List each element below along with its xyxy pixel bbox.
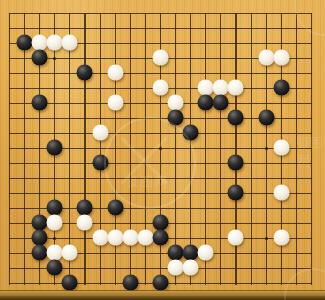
black-stone	[273, 79, 289, 95]
black-stone	[77, 199, 93, 215]
white-stone	[107, 94, 123, 110]
white-stone	[62, 34, 78, 50]
black-stone	[213, 94, 229, 110]
black-stone	[107, 199, 123, 215]
white-stone	[228, 229, 244, 245]
board-photo: 摄图网 摄图网	[0, 0, 325, 300]
white-stone	[258, 49, 274, 65]
white-stone	[137, 229, 153, 245]
black-stone	[198, 94, 214, 110]
white-stone	[47, 214, 63, 230]
black-stone	[183, 244, 199, 260]
white-stone	[273, 184, 289, 200]
black-stone	[152, 274, 168, 290]
white-stone	[122, 229, 138, 245]
black-stone	[168, 244, 184, 260]
white-stone	[168, 94, 184, 110]
black-stone	[47, 259, 63, 275]
black-stone	[17, 34, 33, 50]
white-stone	[198, 244, 214, 260]
black-stone	[122, 274, 138, 290]
white-stone	[107, 229, 123, 245]
black-stone	[32, 244, 48, 260]
white-stone	[213, 79, 229, 95]
white-stone	[273, 49, 289, 65]
black-stone	[47, 199, 63, 215]
go-stone-layer	[2, 5, 319, 290]
white-stone	[152, 49, 168, 65]
black-stone	[32, 229, 48, 245]
white-stone	[198, 79, 214, 95]
black-stone	[183, 124, 199, 140]
white-stone	[32, 34, 48, 50]
white-stone	[183, 259, 199, 275]
black-stone	[62, 274, 78, 290]
white-stone	[77, 214, 93, 230]
black-stone	[258, 109, 274, 125]
white-stone	[168, 259, 184, 275]
black-stone	[168, 109, 184, 125]
black-stone	[77, 64, 93, 80]
white-stone	[273, 229, 289, 245]
white-stone	[92, 124, 108, 140]
white-stone	[273, 139, 289, 155]
black-stone	[32, 94, 48, 110]
white-stone	[47, 34, 63, 50]
white-stone	[107, 64, 123, 80]
white-stone	[62, 244, 78, 260]
black-stone	[228, 154, 244, 170]
black-stone	[152, 229, 168, 245]
white-stone	[228, 79, 244, 95]
white-stone	[152, 79, 168, 95]
black-stone	[228, 184, 244, 200]
board-edge-shadow	[0, 296, 325, 300]
white-stone	[47, 244, 63, 260]
black-stone	[47, 139, 63, 155]
black-stone	[228, 109, 244, 125]
white-stone	[92, 229, 108, 245]
black-stone	[32, 49, 48, 65]
black-stone	[32, 214, 48, 230]
black-stone	[92, 154, 108, 170]
black-stone	[152, 214, 168, 230]
